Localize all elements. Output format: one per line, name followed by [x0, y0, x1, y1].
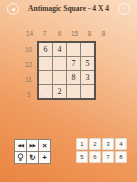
row-sum-label: 12	[22, 58, 35, 72]
grid-cell[interactable]: 5	[81, 57, 94, 70]
numpad-button-5[interactable]: 5	[76, 151, 88, 163]
col-sum-label: 15	[67, 30, 82, 37]
numpad-button-8[interactable]: 8	[115, 151, 127, 163]
col-sum-label: 8	[82, 30, 97, 37]
numpad-button-3[interactable]: 3	[102, 138, 114, 150]
grid-cell[interactable]: 2	[53, 85, 66, 98]
grid-cell[interactable]	[81, 43, 94, 56]
grid-cell[interactable]	[67, 85, 80, 98]
puzzle-board: 6 4 7 5 8 3 1 2	[37, 41, 96, 100]
numpad-button-4[interactable]: 4	[115, 138, 127, 150]
numpad-button-6[interactable]: 6	[89, 151, 101, 163]
undo-icon: ◀◀	[18, 143, 24, 148]
numpad-button-1[interactable]: 1	[76, 138, 88, 150]
col-sum-label: 7	[37, 30, 52, 37]
top-sum-labels: 14 7 6 15 8 8	[22, 28, 110, 39]
diagonal-sum-label-right: 8	[97, 30, 110, 37]
page-title: Antimagic Square - 4 X 4	[0, 4, 137, 13]
number-pad: 1 2 3 4 5 6 7 8	[76, 138, 127, 163]
plus-icon: +	[42, 153, 47, 162]
restart-button[interactable]: ↻	[27, 152, 38, 163]
close-icon: ×	[42, 141, 47, 150]
restart-icon: ↻	[29, 153, 35, 162]
grid-cell[interactable]	[53, 71, 66, 84]
row-sum-label: 10	[22, 43, 35, 57]
grid-cell[interactable]: 7	[67, 57, 80, 70]
clear-button[interactable]: ×	[39, 140, 50, 151]
grid-cell[interactable]: 8	[67, 71, 80, 84]
plus-button[interactable]: +	[39, 152, 50, 163]
grid-cell[interactable]: 4	[53, 43, 66, 56]
redo-icon: ▶▶	[30, 143, 36, 148]
numpad-button-7[interactable]: 7	[102, 151, 114, 163]
numpad-button-2[interactable]: 2	[89, 138, 101, 150]
grid-cell[interactable]: 3	[81, 71, 94, 84]
app-background: ◀ Antimagic Square - 4 X 4 ? 14 7 6 15 8…	[0, 0, 137, 182]
grid-cell[interactable]	[53, 57, 66, 70]
redo-button[interactable]: ▶▶	[27, 140, 38, 151]
grid-cell[interactable]: 1	[39, 85, 52, 98]
grid-cell[interactable]	[39, 71, 52, 84]
row-sum-labels: 10 12 11 3	[22, 43, 35, 103]
question-mark-icon: ?	[122, 5, 125, 13]
grid-cell[interactable]	[81, 85, 94, 98]
control-pad: ◀◀ ▶▶ × ↻ +	[14, 139, 51, 164]
lightbulb-icon	[16, 153, 25, 162]
undo-button[interactable]: ◀◀	[15, 140, 26, 151]
grid-cell[interactable]	[67, 43, 80, 56]
help-button[interactable]: ?	[118, 3, 130, 15]
row-sum-label: 11	[22, 73, 35, 87]
grid-cell[interactable]	[39, 57, 52, 70]
pencil-mark: 1	[40, 93, 43, 98]
col-sum-label: 6	[52, 30, 67, 37]
row-sum-label: 3	[22, 88, 35, 102]
hint-button[interactable]	[15, 152, 26, 163]
diagonal-sum-label-left: 14	[22, 30, 37, 37]
grid-cell[interactable]: 6	[39, 43, 52, 56]
